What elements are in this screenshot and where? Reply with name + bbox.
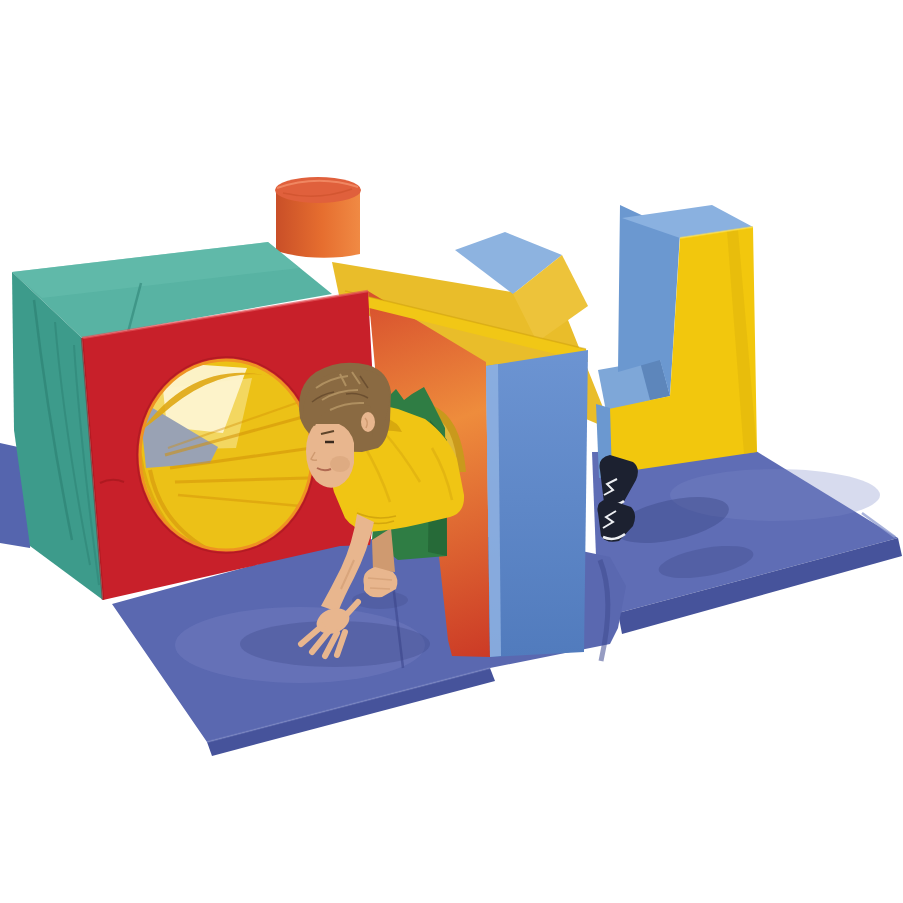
cylinder-bolster — [275, 177, 361, 258]
notched-column — [596, 205, 757, 478]
product-photo — [0, 0, 903, 903]
wall-blue-end-face — [486, 350, 588, 657]
ear — [361, 412, 375, 432]
product-photo-canvas — [0, 0, 903, 903]
cheek-shading — [330, 456, 350, 472]
